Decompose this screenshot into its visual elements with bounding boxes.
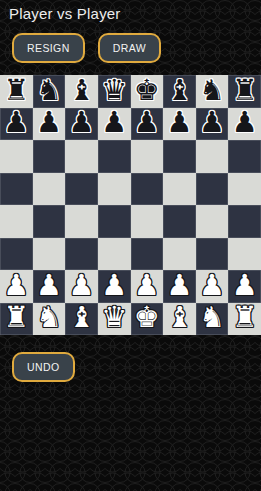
black-king: ♚ xyxy=(134,76,160,105)
black-rook: ♜ xyxy=(232,76,258,105)
square-b8[interactable]: ♞ xyxy=(33,75,66,108)
white-pawn: ♟ xyxy=(166,271,192,300)
square-h1[interactable]: ♜ xyxy=(228,303,261,336)
square-c2[interactable]: ♟ xyxy=(65,270,98,303)
square-e3[interactable] xyxy=(131,238,164,271)
square-h6[interactable] xyxy=(228,140,261,173)
square-f1[interactable]: ♝ xyxy=(163,303,196,336)
black-pawn: ♟ xyxy=(134,108,160,137)
white-pawn: ♟ xyxy=(101,271,127,300)
square-a1[interactable]: ♜ xyxy=(0,303,33,336)
square-a3[interactable] xyxy=(0,238,33,271)
resign-button[interactable]: RESIGN xyxy=(12,33,85,63)
square-f7[interactable]: ♟ xyxy=(163,108,196,141)
white-bishop: ♝ xyxy=(166,303,192,332)
square-a6[interactable] xyxy=(0,140,33,173)
square-g7[interactable]: ♟ xyxy=(196,108,229,141)
white-rook: ♜ xyxy=(3,303,29,332)
square-c6[interactable] xyxy=(65,140,98,173)
black-pawn: ♟ xyxy=(232,108,258,137)
square-e5[interactable] xyxy=(131,173,164,206)
white-pawn: ♟ xyxy=(69,271,95,300)
black-pawn: ♟ xyxy=(3,108,29,137)
page-title: Player vs Player xyxy=(9,5,121,22)
square-g5[interactable] xyxy=(196,173,229,206)
black-pawn: ♟ xyxy=(36,108,62,137)
white-rook: ♜ xyxy=(232,303,258,332)
square-b7[interactable]: ♟ xyxy=(33,108,66,141)
square-e1[interactable]: ♚ xyxy=(131,303,164,336)
bottom-button-row: UNDO xyxy=(12,352,75,382)
square-d8[interactable]: ♛ xyxy=(98,75,131,108)
square-g3[interactable] xyxy=(196,238,229,271)
square-b5[interactable] xyxy=(33,173,66,206)
black-rook: ♜ xyxy=(3,76,29,105)
square-h5[interactable] xyxy=(228,173,261,206)
square-f8[interactable]: ♝ xyxy=(163,75,196,108)
top-button-row: RESIGN DRAW xyxy=(12,33,161,63)
square-d5[interactable] xyxy=(98,173,131,206)
white-bishop: ♝ xyxy=(69,303,95,332)
black-bishop: ♝ xyxy=(166,76,192,105)
white-knight: ♞ xyxy=(199,303,225,332)
draw-button[interactable]: DRAW xyxy=(98,33,161,63)
square-c1[interactable]: ♝ xyxy=(65,303,98,336)
square-b1[interactable]: ♞ xyxy=(33,303,66,336)
black-pawn: ♟ xyxy=(101,108,127,137)
square-f4[interactable] xyxy=(163,205,196,238)
square-d7[interactable]: ♟ xyxy=(98,108,131,141)
white-pawn: ♟ xyxy=(199,271,225,300)
black-pawn: ♟ xyxy=(69,108,95,137)
square-d1[interactable]: ♛ xyxy=(98,303,131,336)
black-knight: ♞ xyxy=(199,76,225,105)
square-a8[interactable]: ♜ xyxy=(0,75,33,108)
square-h7[interactable]: ♟ xyxy=(228,108,261,141)
black-bishop: ♝ xyxy=(69,76,95,105)
square-h4[interactable] xyxy=(228,205,261,238)
white-pawn: ♟ xyxy=(134,271,160,300)
square-c3[interactable] xyxy=(65,238,98,271)
undo-button[interactable]: UNDO xyxy=(12,352,75,382)
square-c8[interactable]: ♝ xyxy=(65,75,98,108)
square-f5[interactable] xyxy=(163,173,196,206)
square-b4[interactable] xyxy=(33,205,66,238)
white-pawn: ♟ xyxy=(232,271,258,300)
square-c5[interactable] xyxy=(65,173,98,206)
square-e4[interactable] xyxy=(131,205,164,238)
black-pawn: ♟ xyxy=(166,108,192,137)
square-c7[interactable]: ♟ xyxy=(65,108,98,141)
square-g2[interactable]: ♟ xyxy=(196,270,229,303)
square-f2[interactable]: ♟ xyxy=(163,270,196,303)
square-d6[interactable] xyxy=(98,140,131,173)
square-e7[interactable]: ♟ xyxy=(131,108,164,141)
square-d4[interactable] xyxy=(98,205,131,238)
black-pawn: ♟ xyxy=(199,108,225,137)
white-king: ♚ xyxy=(134,303,160,332)
square-b6[interactable] xyxy=(33,140,66,173)
white-pawn: ♟ xyxy=(36,271,62,300)
square-g1[interactable]: ♞ xyxy=(196,303,229,336)
square-e6[interactable] xyxy=(131,140,164,173)
square-f3[interactable] xyxy=(163,238,196,271)
square-h8[interactable]: ♜ xyxy=(228,75,261,108)
square-d3[interactable] xyxy=(98,238,131,271)
black-knight: ♞ xyxy=(36,76,62,105)
square-h2[interactable]: ♟ xyxy=(228,270,261,303)
square-g4[interactable] xyxy=(196,205,229,238)
white-pawn: ♟ xyxy=(3,271,29,300)
square-a4[interactable] xyxy=(0,205,33,238)
white-knight: ♞ xyxy=(36,303,62,332)
app-screen: Player vs Player RESIGN DRAW ♜♞♝♛♚♝♞♜♟♟♟… xyxy=(0,0,261,491)
square-b3[interactable] xyxy=(33,238,66,271)
square-a7[interactable]: ♟ xyxy=(0,108,33,141)
square-e8[interactable]: ♚ xyxy=(131,75,164,108)
square-g6[interactable] xyxy=(196,140,229,173)
chess-board: ♜♞♝♛♚♝♞♜♟♟♟♟♟♟♟♟♟♟♟♟♟♟♟♟♜♞♝♛♚♝♞♜ xyxy=(0,75,261,335)
square-h3[interactable] xyxy=(228,238,261,271)
square-d2[interactable]: ♟ xyxy=(98,270,131,303)
square-c4[interactable] xyxy=(65,205,98,238)
square-g8[interactable]: ♞ xyxy=(196,75,229,108)
square-f6[interactable] xyxy=(163,140,196,173)
square-b2[interactable]: ♟ xyxy=(33,270,66,303)
square-a5[interactable] xyxy=(0,173,33,206)
square-e2[interactable]: ♟ xyxy=(131,270,164,303)
black-queen: ♛ xyxy=(101,76,127,105)
white-queen: ♛ xyxy=(101,303,127,332)
square-a2[interactable]: ♟ xyxy=(0,270,33,303)
